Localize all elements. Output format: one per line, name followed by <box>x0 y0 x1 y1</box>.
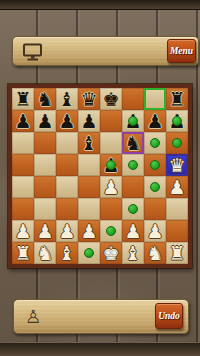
square-g3[interactable] <box>144 198 166 220</box>
top-wood-band <box>0 0 200 10</box>
piece-white-bishop: ♝ <box>56 242 78 264</box>
piece-white-pawn: ♟ <box>12 220 34 242</box>
top-bar: Menu <box>12 36 199 66</box>
piece-white-rook: ♜ <box>12 242 34 264</box>
square-b3[interactable] <box>34 198 56 220</box>
square-d2[interactable]: ♟ <box>78 220 100 242</box>
menu-button[interactable]: Menu <box>167 39 196 63</box>
square-h7[interactable]: ♟ <box>166 110 188 132</box>
square-h6[interactable] <box>166 132 188 154</box>
square-b7[interactable]: ♟ <box>34 110 56 132</box>
square-b5[interactable] <box>34 154 56 176</box>
square-h4[interactable]: ♟ <box>166 176 188 198</box>
piece-black-knight: ♞ <box>34 88 56 110</box>
piece-black-rook: ♜ <box>12 88 34 110</box>
piece-white-bishop: ♝ <box>122 242 144 264</box>
square-d3[interactable] <box>78 198 100 220</box>
piece-white-pawn: ♟ <box>34 220 56 242</box>
square-c8[interactable]: ♝ <box>56 88 78 110</box>
square-c2[interactable]: ♟ <box>56 220 78 242</box>
piece-black-knight: ♞ <box>122 132 144 154</box>
square-d8[interactable]: ♛ <box>78 88 100 110</box>
square-h1[interactable]: ♜ <box>166 242 188 264</box>
monitor-icon[interactable] <box>22 42 44 62</box>
square-e3[interactable] <box>100 198 122 220</box>
square-d6[interactable]: ♝ <box>78 132 100 154</box>
legal-move-dot[interactable] <box>172 116 182 126</box>
square-e1[interactable]: ♚ <box>100 242 122 264</box>
legal-move-dot[interactable] <box>128 160 138 170</box>
square-a1[interactable]: ♜ <box>12 242 34 264</box>
square-e7[interactable] <box>100 110 122 132</box>
piece-black-bishop: ♝ <box>78 132 100 154</box>
legal-move-dot[interactable] <box>172 138 182 148</box>
square-b4[interactable] <box>34 176 56 198</box>
legal-move-dot[interactable] <box>128 204 138 214</box>
piece-black-pawn: ♟ <box>144 110 166 132</box>
piece-white-king: ♚ <box>100 242 122 264</box>
piece-black-pawn: ♟ <box>34 110 56 132</box>
screen: Menu ♜♞♝♛♚♜♟♟♟♟♟♟♟♝♞♟♛♟♟♟♟♟♟♟♟♜♞♝♚♝♞♜ Un… <box>0 0 200 356</box>
square-a5[interactable] <box>12 154 34 176</box>
square-g5[interactable] <box>144 154 166 176</box>
piece-white-knight: ♞ <box>144 242 166 264</box>
square-e5[interactable]: ♟ <box>100 154 122 176</box>
piece-black-rook: ♜ <box>166 88 188 110</box>
square-f8[interactable] <box>122 88 144 110</box>
square-b1[interactable]: ♞ <box>34 242 56 264</box>
square-f3[interactable] <box>122 198 144 220</box>
piece-black-bishop: ♝ <box>56 88 78 110</box>
square-h5[interactable]: ♛ <box>166 154 188 176</box>
square-e4[interactable]: ♟ <box>100 176 122 198</box>
square-a8[interactable]: ♜ <box>12 88 34 110</box>
square-g2[interactable]: ♟ <box>144 220 166 242</box>
legal-move-dot[interactable] <box>150 182 160 192</box>
square-f4[interactable] <box>122 176 144 198</box>
square-c4[interactable] <box>56 176 78 198</box>
piece-black-pawn: ♟ <box>56 110 78 132</box>
square-f5[interactable] <box>122 154 144 176</box>
legal-move-dot[interactable] <box>106 226 116 236</box>
square-b8[interactable]: ♞ <box>34 88 56 110</box>
square-g8[interactable] <box>144 88 166 110</box>
square-a3[interactable] <box>12 198 34 220</box>
square-d4[interactable] <box>78 176 100 198</box>
piece-white-pawn: ♟ <box>144 220 166 242</box>
white-pawn-turn-icon <box>23 305 43 329</box>
square-e2[interactable] <box>100 220 122 242</box>
square-h8[interactable]: ♜ <box>166 88 188 110</box>
square-c5[interactable] <box>56 154 78 176</box>
chess-board: ♜♞♝♛♚♜♟♟♟♟♟♟♟♝♞♟♛♟♟♟♟♟♟♟♟♜♞♝♚♝♞♜ <box>8 84 192 268</box>
legal-move-dot[interactable] <box>150 138 160 148</box>
square-d5[interactable] <box>78 154 100 176</box>
legal-move-dot[interactable] <box>128 116 138 126</box>
square-f2[interactable]: ♟ <box>122 220 144 242</box>
square-a4[interactable] <box>12 176 34 198</box>
square-h2[interactable] <box>166 220 188 242</box>
square-d1[interactable] <box>78 242 100 264</box>
square-g1[interactable]: ♞ <box>144 242 166 264</box>
piece-black-pawn: ♟ <box>12 110 34 132</box>
piece-white-pawn: ♟ <box>100 176 122 198</box>
bottom-wood-band <box>0 342 200 356</box>
square-b6[interactable] <box>34 132 56 154</box>
piece-black-pawn: ♟ <box>78 110 100 132</box>
legal-move-dot[interactable] <box>150 160 160 170</box>
piece-black-queen: ♛ <box>78 88 100 110</box>
square-g7[interactable]: ♟ <box>144 110 166 132</box>
piece-white-pawn: ♟ <box>78 220 100 242</box>
square-e8[interactable]: ♚ <box>100 88 122 110</box>
square-a7[interactable]: ♟ <box>12 110 34 132</box>
piece-white-pawn: ♟ <box>166 176 188 198</box>
square-c6[interactable] <box>56 132 78 154</box>
legal-move-dot[interactable] <box>84 248 94 258</box>
legal-move-dot[interactable] <box>106 160 116 170</box>
square-f1[interactable]: ♝ <box>122 242 144 264</box>
piece-white-queen: ♛ <box>166 154 188 176</box>
square-c1[interactable]: ♝ <box>56 242 78 264</box>
square-e6[interactable] <box>100 132 122 154</box>
square-f7[interactable]: ♟ <box>122 110 144 132</box>
piece-black-king: ♚ <box>100 88 122 110</box>
piece-white-knight: ♞ <box>34 242 56 264</box>
piece-white-rook: ♜ <box>166 242 188 264</box>
square-g6[interactable] <box>144 132 166 154</box>
square-a2[interactable]: ♟ <box>12 220 34 242</box>
piece-white-pawn: ♟ <box>122 220 144 242</box>
undo-button[interactable]: Undo <box>155 303 183 329</box>
bottom-bar: Undo <box>13 299 189 334</box>
square-g4[interactable] <box>144 176 166 198</box>
square-f6[interactable]: ♞ <box>122 132 144 154</box>
square-c7[interactable]: ♟ <box>56 110 78 132</box>
square-a6[interactable] <box>12 132 34 154</box>
piece-white-pawn: ♟ <box>56 220 78 242</box>
square-d7[interactable]: ♟ <box>78 110 100 132</box>
square-b2[interactable]: ♟ <box>34 220 56 242</box>
square-h3[interactable] <box>166 198 188 220</box>
square-c3[interactable] <box>56 198 78 220</box>
